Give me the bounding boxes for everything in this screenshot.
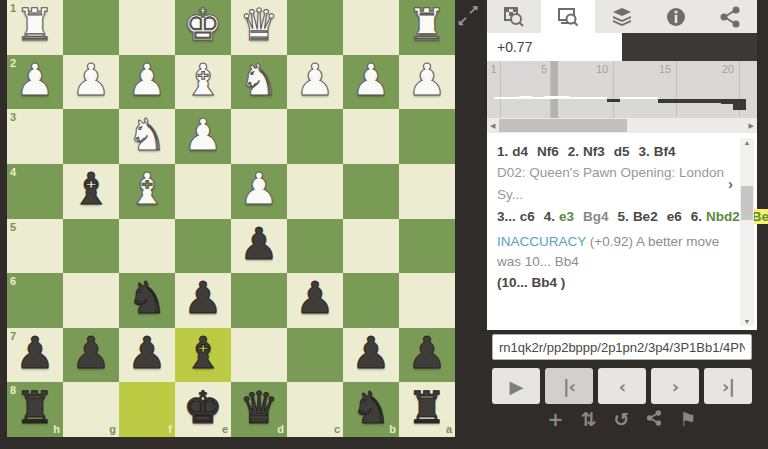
next-move-button[interactable]: › — [651, 368, 699, 404]
square-e8[interactable]: ♚e — [175, 382, 231, 437]
move-token-Nf3[interactable]: Nf3 — [583, 144, 605, 159]
footer-icon-row: + ⇅ ↺ ⚑ — [487, 410, 757, 429]
rank-label: 1 — [10, 2, 16, 14]
info-icon — [665, 6, 687, 28]
move-token-Bf4[interactable]: Bf4 — [654, 144, 676, 159]
opening-name: D02: Queen's Pawn Opening: London Sy... — [497, 162, 728, 206]
square-f8[interactable]: f — [119, 382, 175, 437]
inaccuracy-annotation: INACCURACY (+0.92) A better move was 10.… — [497, 232, 733, 272]
move-token-1[interactable]: 1. — [497, 144, 508, 159]
previous-move-button[interactable]: ‹ — [598, 368, 646, 404]
white-queen-d1[interactable]: ♛ — [239, 3, 278, 47]
file-label: f — [168, 423, 172, 435]
white-knight-f3[interactable]: ♞ — [127, 113, 166, 157]
square-f6[interactable]: ♞ — [119, 273, 175, 328]
black-pawn-g7[interactable]: ♟ — [71, 331, 110, 375]
white-rook-a1[interactable]: ♜ — [407, 3, 446, 47]
go-to-end-button[interactable]: ›| — [704, 368, 752, 404]
square-h2[interactable]: ♟2 — [7, 55, 63, 110]
rank-label: 6 — [10, 275, 16, 287]
evaluation-bar: +0.77 — [487, 33, 757, 61]
graph-gridline — [613, 61, 614, 118]
black-bishop-g4[interactable]: ♝ — [71, 167, 110, 211]
scroll-left-icon[interactable]: ◀ — [490, 118, 495, 133]
square-b2[interactable]: ♟ — [343, 55, 399, 110]
black-pawn-b7[interactable]: ♟ — [351, 331, 390, 375]
expand-board-icon[interactable]: ↗ ↙ — [455, 2, 481, 28]
square-b7[interactable]: ♟ — [343, 328, 399, 383]
move-token-Nf6[interactable]: Nf6 — [537, 144, 559, 159]
tab-info[interactable] — [649, 0, 703, 33]
square-f4[interactable]: ♝ — [119, 164, 175, 219]
file-label: b — [389, 423, 396, 435]
eval-bar-move-4[interactable] — [532, 97, 545, 99]
square-b3[interactable] — [343, 109, 399, 164]
square-h7[interactable]: ♟7 — [7, 328, 63, 383]
panel-tab-bar — [487, 0, 757, 33]
eval-bar-move-7[interactable] — [570, 97, 583, 99]
white-rook-h1[interactable]: ♜ — [15, 3, 54, 47]
tab-openings[interactable] — [595, 0, 649, 33]
square-a1[interactable]: ♜ — [399, 0, 455, 55]
square-a3[interactable] — [399, 109, 455, 164]
black-pawn-c6[interactable]: ♟ — [295, 276, 334, 320]
eval-bar-move-13[interactable] — [645, 97, 658, 99]
eval-bar-move-19[interactable] — [721, 99, 734, 104]
opening-name-row[interactable]: D02: Queen's Pawn Opening: London Sy... … — [497, 162, 733, 206]
black-king-e8[interactable]: ♚ — [183, 386, 222, 430]
board-analysis-icon — [503, 6, 525, 28]
square-g7[interactable]: ♟ — [63, 328, 119, 383]
move-line-1: 1.d4Nf62.Nf3d53.Bf4 — [497, 141, 733, 162]
white-pawn-c2[interactable]: ♟ — [295, 58, 334, 102]
square-d2[interactable]: ♞ — [231, 55, 287, 110]
white-king-e1[interactable]: ♚ — [183, 3, 222, 47]
eval-bar-move-3[interactable] — [519, 96, 532, 99]
square-g5[interactable] — [63, 219, 119, 274]
square-c7[interactable] — [287, 328, 343, 383]
eval-bar-move-8[interactable] — [582, 97, 595, 99]
black-pawn-f7[interactable]: ♟ — [127, 331, 166, 375]
reset-icon[interactable]: ↺ — [613, 410, 629, 429]
go-to-start-button[interactable]: |‹ — [545, 368, 593, 404]
square-e4[interactable] — [175, 164, 231, 219]
eval-bar-move-1[interactable] — [494, 97, 507, 99]
square-g1[interactable] — [63, 0, 119, 55]
black-rook-h8[interactable]: ♜ — [15, 386, 54, 430]
square-e3[interactable]: ♟ — [175, 109, 231, 164]
square-g6[interactable] — [63, 273, 119, 328]
white-pawn-f2[interactable]: ♟ — [127, 58, 166, 102]
square-h6[interactable]: 6 — [7, 273, 63, 328]
square-a7[interactable]: ♟ — [399, 328, 455, 383]
white-bishop-f4[interactable]: ♝ — [127, 167, 166, 211]
eval-bar-move-14[interactable] — [658, 99, 671, 103]
square-d3[interactable] — [231, 109, 287, 164]
square-f5[interactable] — [119, 219, 175, 274]
scroll-down-icon[interactable]: ▼ — [740, 318, 754, 325]
black-pawn-h7[interactable]: ♟ — [15, 331, 54, 375]
graph-tick-label: 10 — [596, 63, 608, 75]
movelist-scrollbar-thumb[interactable] — [741, 186, 753, 220]
evaluation-bar-black — [622, 33, 757, 61]
black-pawn-a7[interactable]: ♟ — [407, 331, 446, 375]
move-token-c6[interactable]: c6 — [520, 209, 535, 224]
move-line-main: 3...c64.e3Bg45.Be2e66.Nbd2Be77.c4O-O8.Ne… — [497, 206, 733, 227]
move-token-4[interactable]: 4. — [544, 209, 555, 224]
file-label: e — [222, 423, 228, 435]
square-d4[interactable]: ♟ — [231, 164, 287, 219]
eval-bar-move-5[interactable] — [544, 96, 557, 99]
move-list: 1.d4Nf62.Nf3d53.Bf4 D02: Queen's Pawn Op… — [487, 133, 757, 330]
engine-analysis-icon — [557, 6, 579, 28]
file-label: g — [109, 423, 116, 435]
graph-gridline — [500, 61, 501, 118]
graph-tick-label: 1 — [491, 63, 497, 75]
eval-bar-move-2[interactable] — [507, 97, 520, 99]
square-a2[interactable]: ♟ — [399, 55, 455, 110]
openings-book-icon — [611, 6, 633, 28]
square-a5[interactable] — [399, 219, 455, 274]
eval-bar-move-17[interactable] — [696, 99, 709, 103]
move-token-e6[interactable]: e6 — [667, 209, 682, 224]
rank-label: 5 — [10, 221, 16, 233]
scroll-right-icon[interactable]: ▶ — [749, 118, 754, 133]
scroll-up-icon[interactable]: ▲ — [740, 139, 754, 146]
square-a4[interactable] — [399, 164, 455, 219]
square-d1[interactable]: ♛ — [231, 0, 287, 55]
graph-tick-label: 5 — [541, 63, 547, 75]
file-label: h — [53, 423, 60, 435]
square-e2[interactable]: ♝ — [175, 55, 231, 110]
annotation-label: INACCURACY — [497, 234, 586, 249]
annotation-score: (+0.92) — [590, 234, 633, 249]
flag-icon[interactable]: ⚑ — [679, 410, 696, 429]
move-token-d4[interactable]: d4 — [512, 144, 528, 159]
file-label: a — [446, 423, 452, 435]
navigation-controls: ▶ |‹ ‹ › ›| — [492, 368, 752, 404]
move-token-d5[interactable]: d5 — [614, 144, 630, 159]
square-h1[interactable]: ♜1 — [7, 0, 63, 55]
eval-bar-move-6[interactable] — [557, 96, 570, 99]
graph-scrollbar-thumb[interactable] — [499, 119, 627, 132]
black-knight-f6[interactable]: ♞ — [127, 276, 166, 320]
square-h3[interactable]: 3 — [7, 109, 63, 164]
white-pawn-h2[interactable]: ♟ — [15, 58, 54, 102]
white-pawn-a2[interactable]: ♟ — [407, 58, 446, 102]
square-g3[interactable] — [63, 109, 119, 164]
rank-label: 4 — [10, 166, 16, 178]
black-knight-b8[interactable]: ♞ — [351, 386, 390, 430]
black-queen-d8[interactable]: ♛ — [239, 386, 278, 430]
tab-engine-analysis[interactable] — [541, 0, 595, 33]
file-label: c — [334, 423, 340, 435]
white-pawn-g2[interactable]: ♟ — [71, 58, 110, 102]
move-token-e3[interactable]: e3 — [559, 209, 574, 224]
square-c5[interactable] — [287, 219, 343, 274]
share-icon — [719, 6, 741, 28]
black-rook-a8[interactable]: ♜ — [407, 386, 446, 430]
eval-bar-move-20[interactable] — [733, 99, 746, 110]
square-b6[interactable] — [343, 273, 399, 328]
rank-label: 7 — [10, 330, 16, 342]
eval-bar-move-9[interactable] — [595, 97, 608, 99]
rank-label: 8 — [10, 384, 16, 396]
square-c4[interactable] — [287, 164, 343, 219]
square-b1[interactable] — [343, 0, 399, 55]
move-token-3[interactable]: 3... — [497, 209, 516, 224]
square-b5[interactable] — [343, 219, 399, 274]
tab-share[interactable] — [703, 0, 757, 33]
black-pawn-d5[interactable]: ♟ — [239, 222, 278, 266]
square-d8[interactable]: ♛d — [231, 382, 287, 437]
square-d7[interactable] — [231, 328, 287, 383]
evaluation-score: +0.77 — [497, 33, 532, 61]
share-icon[interactable] — [646, 410, 662, 429]
square-h5[interactable]: 5 — [7, 219, 63, 274]
square-g4[interactable]: ♝ — [63, 164, 119, 219]
move-token-2[interactable]: 2. — [568, 144, 579, 159]
square-g2[interactable]: ♟ — [63, 55, 119, 110]
fen-input[interactable] — [492, 334, 752, 360]
square-c6[interactable]: ♟ — [287, 273, 343, 328]
play-button[interactable]: ▶ — [492, 368, 540, 404]
square-d6[interactable] — [231, 273, 287, 328]
eval-bar-move-11[interactable] — [620, 97, 633, 99]
move-token-Bg4[interactable]: Bg4 — [583, 209, 609, 224]
eval-bar-move-12[interactable] — [633, 97, 646, 99]
evaluation-graph[interactable]: 15101520 — [487, 61, 757, 118]
eval-bar-move-10[interactable] — [607, 99, 620, 102]
square-b4[interactable] — [343, 164, 399, 219]
white-bishop-e2[interactable]: ♝ — [183, 58, 222, 102]
square-g8[interactable]: g — [63, 382, 119, 437]
square-f1[interactable] — [119, 0, 175, 55]
move-token-5[interactable]: 5. — [618, 209, 629, 224]
rank-label: 2 — [10, 57, 16, 69]
square-c8[interactable]: c — [287, 382, 343, 437]
file-label: d — [277, 423, 284, 435]
black-pawn-e6[interactable]: ♟ — [183, 276, 222, 320]
movelist-scrollbar[interactable]: ▲ ▼ — [740, 138, 754, 326]
move-token-3[interactable]: 3. — [639, 144, 650, 159]
graph-tick-label: 20 — [722, 63, 734, 75]
graph-scrollbar[interactable]: ◀ ▶ — [487, 118, 757, 133]
chevron-right-icon[interactable]: › — [728, 173, 733, 195]
move-token-6[interactable]: 6. — [691, 209, 702, 224]
graph-gridline — [676, 61, 677, 118]
add-move-icon[interactable]: + — [548, 410, 564, 429]
current-move-marker — [551, 61, 558, 118]
square-b8[interactable]: ♞b — [343, 382, 399, 437]
variation-line[interactable]: (10... Bb4 ) — [497, 275, 733, 290]
tab-board-analysis[interactable] — [487, 0, 541, 33]
black-bishop-e7[interactable]: ♝ — [183, 331, 222, 375]
white-knight-d2[interactable]: ♞ — [239, 58, 278, 102]
square-h4[interactable]: 4 — [7, 164, 63, 219]
square-a6[interactable] — [399, 273, 455, 328]
white-pawn-b2[interactable]: ♟ — [351, 58, 390, 102]
square-c1[interactable] — [287, 0, 343, 55]
square-f3[interactable]: ♞ — [119, 109, 175, 164]
eval-bar-move-18[interactable] — [708, 99, 721, 103]
graph-tick-label: 15 — [659, 63, 671, 75]
square-c2[interactable]: ♟ — [287, 55, 343, 110]
eval-bar-move-16[interactable] — [683, 99, 696, 103]
square-h8[interactable]: ♜8h — [7, 382, 63, 437]
flip-board-icon[interactable]: ⇅ — [581, 410, 597, 429]
square-c3[interactable] — [287, 109, 343, 164]
analysis-panel: +0.77 15101520 ◀ ▶ 1.d4Nf62.Nf3d53.Bf4 D… — [487, 0, 757, 449]
eval-bar-move-15[interactable] — [670, 99, 683, 103]
square-f7[interactable]: ♟ — [119, 328, 175, 383]
square-d5[interactable]: ♟ — [231, 219, 287, 274]
move-token-Nbd2[interactable]: Nbd2 — [706, 209, 740, 224]
chess-board[interactable]: ♜1♚♛♜♟2♟♟♝♞♟♟♟3♞♟4♝♝♟5♟6♞♟♟♟7♟♟♝♟♟♜8hgf♚… — [7, 0, 455, 437]
move-token-Be2[interactable]: Be2 — [633, 209, 658, 224]
square-e5[interactable] — [175, 219, 231, 274]
square-e1[interactable]: ♚ — [175, 0, 231, 55]
square-e7[interactable]: ♝ — [175, 328, 231, 383]
rank-label: 3 — [10, 111, 16, 123]
square-a8[interactable]: ♜a — [399, 382, 455, 437]
square-f2[interactable]: ♟ — [119, 55, 175, 110]
white-pawn-e3[interactable]: ♟ — [183, 113, 222, 157]
square-e6[interactable]: ♟ — [175, 273, 231, 328]
white-pawn-d4[interactable]: ♟ — [239, 167, 278, 211]
